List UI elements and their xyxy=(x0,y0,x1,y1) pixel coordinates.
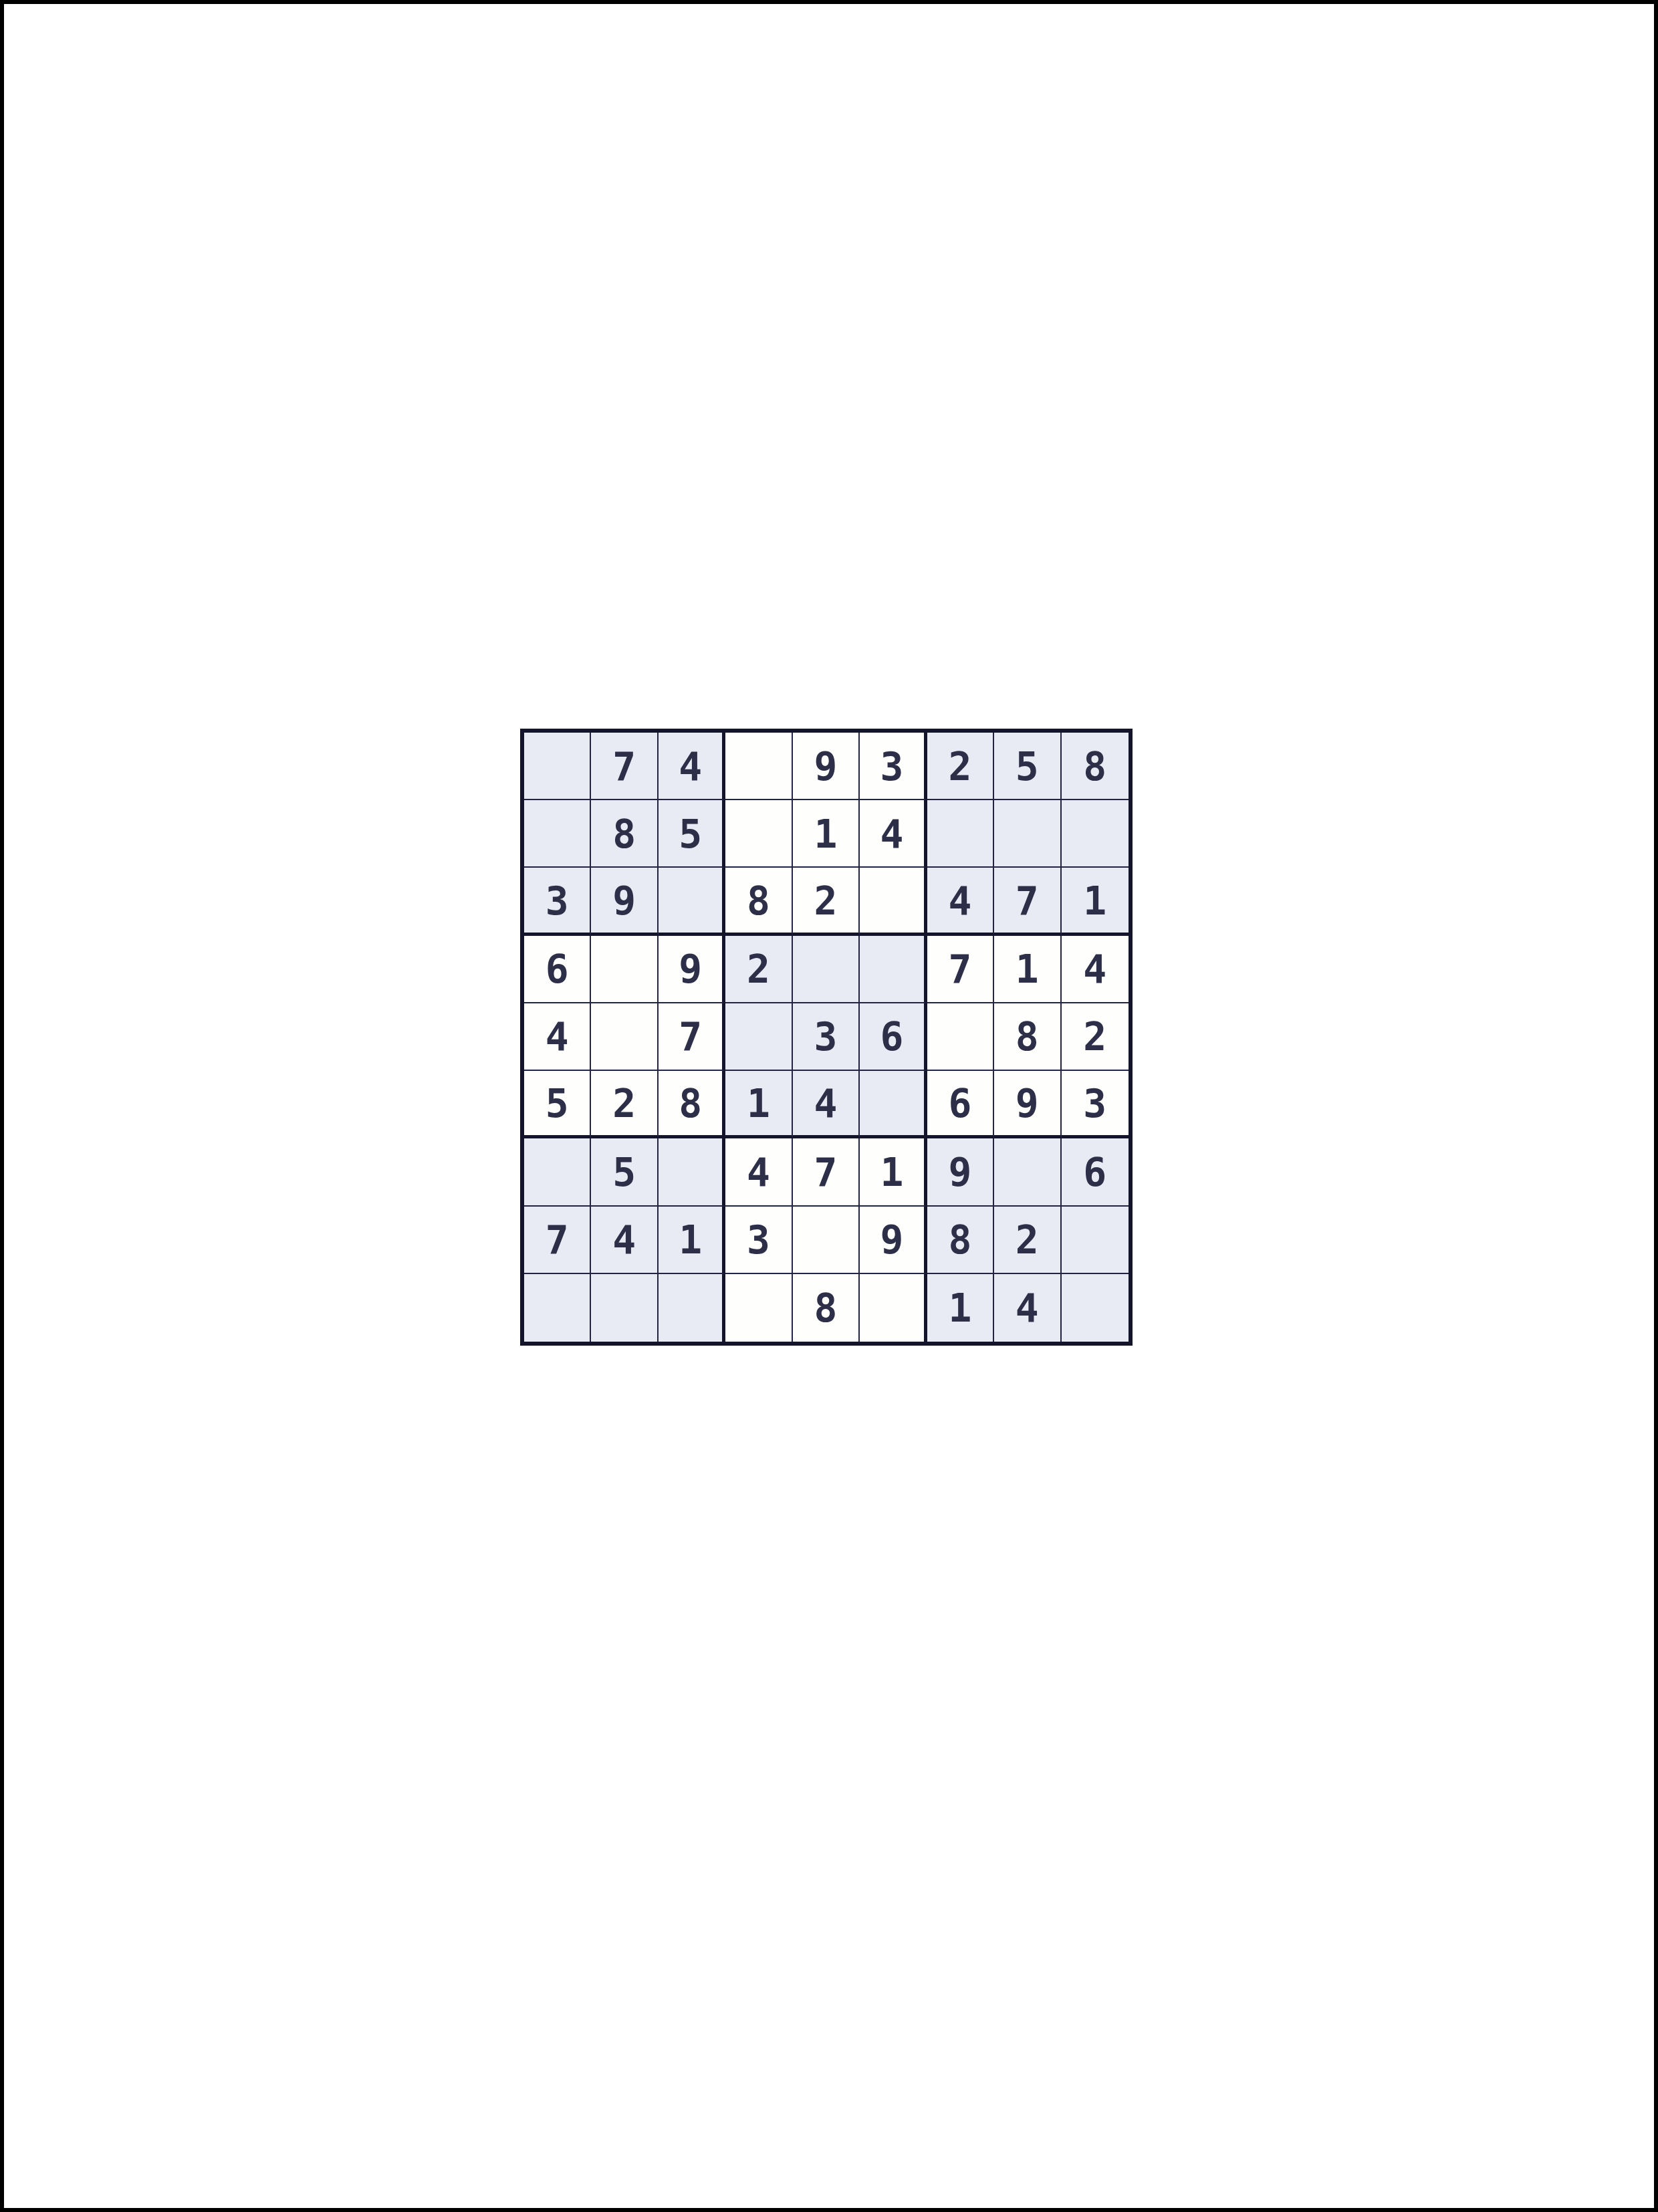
given-digit: 1 xyxy=(679,1221,702,1259)
cell-r3c5: 2 xyxy=(793,868,860,935)
given-digit: 2 xyxy=(948,747,971,786)
given-digit: 4 xyxy=(546,1017,569,1056)
cell-r2c8 xyxy=(994,800,1061,868)
cell-r1c9: 8 xyxy=(1062,733,1129,800)
cell-r7c5: 7 xyxy=(793,1138,860,1206)
cell-r1c3: 4 xyxy=(659,733,725,800)
cell-r5c6: 6 xyxy=(860,1003,927,1071)
cell-r5c4 xyxy=(725,1003,792,1071)
cell-r5c9: 2 xyxy=(1062,1003,1129,1071)
given-digit: 1 xyxy=(747,1084,770,1123)
given-digit: 8 xyxy=(679,1084,702,1123)
given-digit: 3 xyxy=(814,1017,838,1056)
cell-r9c2 xyxy=(591,1274,658,1342)
cell-r5c8: 8 xyxy=(994,1003,1061,1071)
cell-r5c5: 3 xyxy=(793,1003,860,1071)
given-digit: 2 xyxy=(1083,1017,1106,1056)
given-digit: 8 xyxy=(747,882,770,920)
cell-r9c4 xyxy=(725,1274,792,1342)
given-digit: 8 xyxy=(1016,1017,1039,1056)
given-digit: 3 xyxy=(880,747,903,786)
cell-r1c7: 2 xyxy=(927,733,994,800)
cell-r1c8: 5 xyxy=(994,733,1061,800)
cell-r1c1 xyxy=(524,733,591,800)
cell-r3c6 xyxy=(860,868,927,935)
cell-r8c6: 9 xyxy=(860,1207,927,1274)
given-digit: 6 xyxy=(948,1084,971,1123)
cell-r5c2 xyxy=(591,1003,658,1071)
cell-r9c1 xyxy=(524,1274,591,1342)
given-digit: 9 xyxy=(880,1221,903,1259)
cell-r7c2: 5 xyxy=(591,1138,658,1206)
cell-r7c8 xyxy=(994,1138,1061,1206)
cell-r8c7: 8 xyxy=(927,1207,994,1274)
cell-r8c2: 4 xyxy=(591,1207,658,1274)
cell-r9c9 xyxy=(1062,1274,1129,1342)
cell-r6c9: 3 xyxy=(1062,1071,1129,1138)
given-digit: 4 xyxy=(1016,1289,1039,1328)
given-digit: 2 xyxy=(747,950,770,989)
cell-r3c8: 7 xyxy=(994,868,1061,935)
given-digit: 4 xyxy=(814,1084,838,1123)
given-digit: 1 xyxy=(880,1153,903,1192)
cell-r2c6: 4 xyxy=(860,800,927,868)
cell-r8c5 xyxy=(793,1207,860,1274)
cell-r4c8: 1 xyxy=(994,936,1061,1003)
cell-r7c7: 9 xyxy=(927,1138,994,1206)
cell-r7c1 xyxy=(524,1138,591,1206)
given-digit: 6 xyxy=(1083,1153,1106,1192)
page: 7493258851439824716927144736825281469354… xyxy=(0,0,1658,2212)
cell-r2c5: 1 xyxy=(793,800,860,868)
cell-r3c9: 1 xyxy=(1062,868,1129,935)
given-digit: 4 xyxy=(948,882,971,920)
cell-r4c1: 6 xyxy=(524,936,591,1003)
given-digit: 4 xyxy=(679,747,702,786)
cell-r6c1: 5 xyxy=(524,1071,591,1138)
given-digit: 9 xyxy=(814,747,838,786)
cell-r4c7: 7 xyxy=(927,936,994,1003)
given-digit: 2 xyxy=(612,1084,636,1123)
given-digit: 3 xyxy=(1083,1084,1106,1123)
given-digit: 7 xyxy=(546,1221,569,1259)
cell-r4c3: 9 xyxy=(659,936,725,1003)
given-digit: 5 xyxy=(612,1153,636,1192)
given-digit: 4 xyxy=(880,815,903,854)
given-digit: 9 xyxy=(948,1153,971,1192)
cell-r9c3 xyxy=(659,1274,725,1342)
cell-r2c9 xyxy=(1062,800,1129,868)
cell-r2c4 xyxy=(725,800,792,868)
given-digit: 2 xyxy=(1016,1221,1039,1259)
cell-r1c5: 9 xyxy=(793,733,860,800)
cell-r9c5: 8 xyxy=(793,1274,860,1342)
cell-r6c6 xyxy=(860,1071,927,1138)
cell-r4c5 xyxy=(793,936,860,1003)
given-digit: 6 xyxy=(880,1017,903,1056)
cell-r5c7 xyxy=(927,1003,994,1071)
cell-r6c2: 2 xyxy=(591,1071,658,1138)
cell-r5c1: 4 xyxy=(524,1003,591,1071)
cell-r3c3 xyxy=(659,868,725,935)
given-digit: 8 xyxy=(814,1289,838,1328)
cell-r2c7 xyxy=(927,800,994,868)
given-digit: 5 xyxy=(1016,747,1039,786)
cell-r8c4: 3 xyxy=(725,1207,792,1274)
cell-r9c8: 4 xyxy=(994,1274,1061,1342)
sudoku-grid: 7493258851439824716927144736825281469354… xyxy=(520,729,1133,1346)
cell-r4c9: 4 xyxy=(1062,936,1129,1003)
cell-r7c4: 4 xyxy=(725,1138,792,1206)
cell-r4c4: 2 xyxy=(725,936,792,1003)
given-digit: 8 xyxy=(612,815,636,854)
given-digit: 6 xyxy=(546,950,569,989)
given-digit: 8 xyxy=(948,1221,971,1259)
given-digit: 5 xyxy=(679,815,702,854)
cell-r1c2: 7 xyxy=(591,733,658,800)
given-digit: 7 xyxy=(612,747,636,786)
cell-r2c1 xyxy=(524,800,591,868)
cell-r3c7: 4 xyxy=(927,868,994,935)
given-digit: 7 xyxy=(948,950,971,989)
given-digit: 1 xyxy=(948,1289,971,1328)
cell-r3c1: 3 xyxy=(524,868,591,935)
given-digit: 1 xyxy=(1083,882,1106,920)
cell-r1c6: 3 xyxy=(860,733,927,800)
cell-r2c2: 8 xyxy=(591,800,658,868)
cell-r1c4 xyxy=(725,733,792,800)
given-digit: 8 xyxy=(1083,747,1106,786)
cell-r8c8: 2 xyxy=(994,1207,1061,1274)
cell-r8c1: 7 xyxy=(524,1207,591,1274)
given-digit: 4 xyxy=(612,1221,636,1259)
cell-r3c4: 8 xyxy=(725,868,792,935)
given-digit: 7 xyxy=(679,1017,702,1056)
cell-r7c3 xyxy=(659,1138,725,1206)
cell-r3c2: 9 xyxy=(591,868,658,935)
cell-r9c7: 1 xyxy=(927,1274,994,1342)
given-digit: 9 xyxy=(679,950,702,989)
given-digit: 1 xyxy=(1016,950,1039,989)
given-digit: 2 xyxy=(814,882,838,920)
cell-r6c8: 9 xyxy=(994,1071,1061,1138)
cell-r5c3: 7 xyxy=(659,1003,725,1071)
cell-r8c9 xyxy=(1062,1207,1129,1274)
cell-r8c3: 1 xyxy=(659,1207,725,1274)
cell-r4c2 xyxy=(591,936,658,1003)
cell-r7c6: 1 xyxy=(860,1138,927,1206)
cell-r2c3: 5 xyxy=(659,800,725,868)
given-digit: 1 xyxy=(814,815,838,854)
given-digit: 3 xyxy=(747,1221,770,1259)
cell-r9c6 xyxy=(860,1274,927,1342)
given-digit: 7 xyxy=(1016,882,1039,920)
given-digit: 9 xyxy=(612,882,636,920)
given-digit: 4 xyxy=(1083,950,1106,989)
cell-r6c5: 4 xyxy=(793,1071,860,1138)
cell-r6c4: 1 xyxy=(725,1071,792,1138)
given-digit: 4 xyxy=(747,1153,770,1192)
cell-r6c7: 6 xyxy=(927,1071,994,1138)
given-digit: 5 xyxy=(546,1084,569,1123)
given-digit: 7 xyxy=(814,1153,838,1192)
given-digit: 3 xyxy=(546,882,569,920)
given-digit: 9 xyxy=(1016,1084,1039,1123)
cell-r6c3: 8 xyxy=(659,1071,725,1138)
cell-r4c6 xyxy=(860,936,927,1003)
cell-r7c9: 6 xyxy=(1062,1138,1129,1206)
